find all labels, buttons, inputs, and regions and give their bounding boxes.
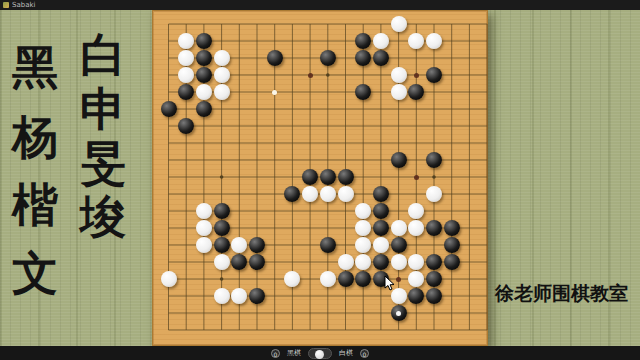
stone-black-16-17[interactable] — [426, 288, 442, 304]
stone-black-4-14[interactable] — [214, 237, 230, 253]
stone-black-6-17[interactable] — [249, 288, 265, 304]
white-to-move-stone-icon — [315, 350, 324, 359]
stone-white-4-3[interactable] — [214, 50, 230, 66]
stone-black-16-9[interactable] — [426, 152, 442, 168]
stone-black-17-13[interactable] — [444, 220, 460, 236]
stone-black-4-13[interactable] — [214, 220, 230, 236]
black-player-char-3: 文 — [12, 248, 58, 298]
white-label: 白 — [80, 30, 126, 80]
stone-black-6-15[interactable] — [249, 254, 265, 270]
ghost-dot-15-4 — [414, 73, 419, 78]
stone-black-13-12[interactable] — [373, 203, 389, 219]
stone-black-1-6[interactable] — [161, 101, 177, 117]
stone-white-10-11[interactable] — [320, 186, 336, 202]
stone-black-3-3[interactable] — [196, 50, 212, 66]
stone-white-3-13[interactable] — [196, 220, 212, 236]
stone-white-14-4[interactable] — [391, 67, 407, 83]
stone-white-3-12[interactable] — [196, 203, 212, 219]
black-player-char-2: 楷 — [12, 180, 58, 230]
stone-black-3-2[interactable] — [196, 33, 212, 49]
ghost-dot-14-16 — [396, 277, 401, 282]
stone-white-14-13[interactable] — [391, 220, 407, 236]
stone-black-13-3[interactable] — [373, 50, 389, 66]
white-player-label: 白棋 — [339, 349, 353, 357]
stone-black-11-16[interactable] — [338, 271, 354, 287]
current-player-toggle[interactable] — [308, 348, 332, 359]
ghost-dot-9-4 — [308, 73, 313, 78]
sabaki-window: { "window": { "title": "Sabaki" }, "game… — [0, 0, 640, 360]
stone-black-9-10[interactable] — [302, 169, 318, 185]
stone-white-3-14[interactable] — [196, 237, 212, 253]
stone-black-16-4[interactable] — [426, 67, 442, 83]
stone-black-13-15[interactable] — [373, 254, 389, 270]
titlebar: Sabaki — [0, 0, 640, 10]
stone-black-14-14[interactable] — [391, 237, 407, 253]
stone-black-16-13[interactable] — [426, 220, 442, 236]
stone-white-11-15[interactable] — [338, 254, 354, 270]
stone-black-17-14[interactable] — [444, 237, 460, 253]
stone-white-14-15[interactable] — [391, 254, 407, 270]
go-board[interactable] — [152, 10, 488, 346]
stone-white-4-17[interactable] — [214, 288, 230, 304]
stone-white-14-1[interactable] — [391, 16, 407, 32]
white-captures-badge: 0 — [360, 349, 369, 358]
white-player-char-3: 埈 — [80, 192, 126, 242]
stone-white-16-2[interactable] — [426, 33, 442, 49]
black-label: 黑 — [12, 42, 58, 92]
stone-black-4-12[interactable] — [214, 203, 230, 219]
stone-black-3-4[interactable] — [196, 67, 212, 83]
stone-white-3-5[interactable] — [196, 84, 212, 100]
stone-black-10-3[interactable] — [320, 50, 336, 66]
stone-white-4-15[interactable] — [214, 254, 230, 270]
stone-white-9-11[interactable] — [302, 186, 318, 202]
stone-black-7-3[interactable] — [267, 50, 283, 66]
white-ghost-dot-7-5 — [272, 90, 277, 95]
stone-black-10-14[interactable] — [320, 237, 336, 253]
black-captures-badge: 0 — [271, 349, 280, 358]
stone-black-14-18[interactable] — [391, 305, 407, 321]
last-move-marker — [396, 311, 401, 316]
classroom-watermark: 徐老师围棋教室 — [495, 281, 635, 307]
stone-black-10-10[interactable] — [320, 169, 336, 185]
black-player-label: 黑棋 — [287, 349, 301, 357]
stone-white-11-11[interactable] — [338, 186, 354, 202]
black-player-char-1: 杨 — [12, 112, 58, 162]
stone-black-3-6[interactable] — [196, 101, 212, 117]
white-player-char-2: 旻 — [80, 138, 126, 188]
stone-white-14-5[interactable] — [391, 84, 407, 100]
white-player-char-1: 申 — [80, 84, 126, 134]
stone-black-17-15[interactable] — [444, 254, 460, 270]
stone-white-1-16[interactable] — [161, 271, 177, 287]
stone-white-4-4[interactable] — [214, 67, 230, 83]
stone-black-6-14[interactable] — [249, 237, 265, 253]
mouse-cursor — [384, 276, 396, 292]
stone-white-10-16[interactable] — [320, 271, 336, 287]
stone-black-16-16[interactable] — [426, 271, 442, 287]
stone-white-16-11[interactable] — [426, 186, 442, 202]
bottom-toolbar: 0 黑棋 白棋 0 — [0, 346, 640, 360]
black-player-column: 黑 杨 楷 文 — [12, 42, 58, 298]
stone-white-13-2[interactable] — [373, 33, 389, 49]
stone-black-16-15[interactable] — [426, 254, 442, 270]
white-player-column: 白 申 旻 埈 — [80, 30, 126, 242]
stone-black-13-13[interactable] — [373, 220, 389, 236]
stone-white-4-5[interactable] — [214, 84, 230, 100]
stone-black-13-11[interactable] — [373, 186, 389, 202]
stone-white-13-14[interactable] — [373, 237, 389, 253]
stone-black-14-9[interactable] — [391, 152, 407, 168]
window-title: Sabaki — [12, 2, 35, 9]
ghost-dot-15-10 — [414, 175, 419, 180]
app-icon — [3, 2, 9, 8]
stone-black-11-10[interactable] — [338, 169, 354, 185]
